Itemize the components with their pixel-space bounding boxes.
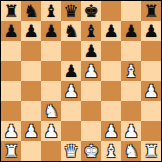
square-a2[interactable]: ♟ bbox=[1, 121, 21, 141]
square-f8[interactable] bbox=[101, 1, 121, 21]
square-d6[interactable] bbox=[61, 41, 81, 61]
piece-white-bishop[interactable]: ♝ bbox=[123, 61, 138, 81]
square-h1[interactable]: ♜ bbox=[141, 141, 161, 161]
piece-white-knight[interactable]: ♞ bbox=[43, 101, 58, 121]
square-h8[interactable]: ♜ bbox=[141, 1, 161, 21]
square-h4[interactable]: ♟ bbox=[141, 81, 161, 101]
square-d2[interactable] bbox=[61, 121, 81, 141]
square-g2[interactable]: ♟ bbox=[121, 121, 141, 141]
square-f4[interactable] bbox=[101, 81, 121, 101]
square-e2[interactable] bbox=[81, 121, 101, 141]
square-h5[interactable] bbox=[141, 61, 161, 81]
square-b2[interactable]: ♟ bbox=[21, 121, 41, 141]
square-b8[interactable]: ♞ bbox=[21, 1, 41, 21]
piece-black-knight[interactable]: ♞ bbox=[23, 1, 38, 21]
square-d5[interactable]: ♟ bbox=[61, 61, 81, 81]
square-e8[interactable]: ♚ bbox=[81, 1, 101, 21]
square-g6[interactable] bbox=[121, 41, 141, 61]
square-e4[interactable] bbox=[81, 81, 101, 101]
square-h7[interactable]: ♟ bbox=[141, 21, 161, 41]
square-c2[interactable]: ♟ bbox=[41, 121, 61, 141]
square-g3[interactable] bbox=[121, 101, 141, 121]
square-c4[interactable] bbox=[41, 81, 61, 101]
square-g1[interactable]: ♞ bbox=[121, 141, 141, 161]
piece-black-bishop[interactable]: ♝ bbox=[43, 1, 58, 21]
square-f6[interactable] bbox=[101, 41, 121, 61]
square-e3[interactable] bbox=[81, 101, 101, 121]
square-b5[interactable] bbox=[21, 61, 41, 81]
square-b6[interactable] bbox=[21, 41, 41, 61]
piece-white-bishop[interactable]: ♝ bbox=[103, 141, 118, 161]
piece-white-rook[interactable]: ♜ bbox=[143, 141, 158, 161]
square-h3[interactable] bbox=[141, 101, 161, 121]
square-a8[interactable]: ♜ bbox=[1, 1, 21, 21]
piece-white-knight[interactable]: ♞ bbox=[123, 141, 138, 161]
square-c3[interactable]: ♞ bbox=[41, 101, 61, 121]
square-e6[interactable]: ♟ bbox=[81, 41, 101, 61]
piece-white-queen[interactable]: ♛ bbox=[63, 141, 78, 161]
square-d3[interactable] bbox=[61, 101, 81, 121]
square-a3[interactable] bbox=[1, 101, 21, 121]
square-a5[interactable] bbox=[1, 61, 21, 81]
piece-white-pawn[interactable]: ♟ bbox=[143, 81, 158, 101]
square-f3[interactable] bbox=[101, 101, 121, 121]
square-c6[interactable] bbox=[41, 41, 61, 61]
square-g8[interactable] bbox=[121, 1, 141, 21]
piece-black-pawn[interactable]: ♟ bbox=[103, 21, 118, 41]
square-a4[interactable] bbox=[1, 81, 21, 101]
square-b4[interactable] bbox=[21, 81, 41, 101]
square-f5[interactable] bbox=[101, 61, 121, 81]
piece-black-knight[interactable]: ♞ bbox=[63, 21, 78, 41]
piece-white-pawn[interactable]: ♟ bbox=[3, 121, 18, 141]
piece-white-pawn[interactable]: ♟ bbox=[103, 121, 118, 141]
square-a6[interactable] bbox=[1, 41, 21, 61]
piece-black-pawn[interactable]: ♟ bbox=[23, 21, 38, 41]
piece-black-pawn[interactable]: ♟ bbox=[63, 61, 78, 81]
square-c7[interactable]: ♟ bbox=[41, 21, 61, 41]
square-a1[interactable]: ♜ bbox=[1, 141, 21, 161]
piece-white-rook[interactable]: ♜ bbox=[3, 141, 18, 161]
piece-black-king[interactable]: ♚ bbox=[83, 1, 98, 21]
piece-black-bishop[interactable]: ♝ bbox=[83, 21, 98, 41]
piece-white-pawn[interactable]: ♟ bbox=[23, 121, 38, 141]
piece-black-rook[interactable]: ♜ bbox=[143, 1, 158, 21]
chess-board-container: ♜♞♝♛♚♜♟♟♟♞♝♟♟♟♟♟♟♝♟♟♞♟♟♟♟♟♜♛♚♝♞♜ bbox=[0, 0, 162, 162]
square-g7[interactable]: ♟ bbox=[121, 21, 141, 41]
square-h6[interactable] bbox=[141, 41, 161, 61]
square-c5[interactable] bbox=[41, 61, 61, 81]
piece-white-pawn[interactable]: ♟ bbox=[123, 121, 138, 141]
square-g5[interactable]: ♝ bbox=[121, 61, 141, 81]
chess-board: ♜♞♝♛♚♜♟♟♟♞♝♟♟♟♟♟♟♝♟♟♞♟♟♟♟♟♜♛♚♝♞♜ bbox=[0, 0, 162, 162]
square-f2[interactable]: ♟ bbox=[101, 121, 121, 141]
square-d4[interactable]: ♟ bbox=[61, 81, 81, 101]
square-d7[interactable]: ♞ bbox=[61, 21, 81, 41]
piece-black-rook[interactable]: ♜ bbox=[3, 1, 18, 21]
square-g4[interactable] bbox=[121, 81, 141, 101]
square-e5[interactable]: ♟ bbox=[81, 61, 101, 81]
square-e1[interactable]: ♚ bbox=[81, 141, 101, 161]
piece-black-queen[interactable]: ♛ bbox=[63, 1, 78, 21]
square-b1[interactable] bbox=[21, 141, 41, 161]
square-d1[interactable]: ♛ bbox=[61, 141, 81, 161]
square-b7[interactable]: ♟ bbox=[21, 21, 41, 41]
piece-white-pawn[interactable]: ♟ bbox=[83, 61, 98, 81]
piece-white-pawn[interactable]: ♟ bbox=[43, 121, 58, 141]
piece-black-pawn[interactable]: ♟ bbox=[43, 21, 58, 41]
square-f1[interactable]: ♝ bbox=[101, 141, 121, 161]
piece-black-pawn[interactable]: ♟ bbox=[123, 21, 138, 41]
square-b3[interactable] bbox=[21, 101, 41, 121]
piece-black-pawn[interactable]: ♟ bbox=[83, 41, 98, 61]
square-e7[interactable]: ♝ bbox=[81, 21, 101, 41]
square-d8[interactable]: ♛ bbox=[61, 1, 81, 21]
piece-white-king[interactable]: ♚ bbox=[83, 141, 98, 161]
square-f7[interactable]: ♟ bbox=[101, 21, 121, 41]
square-c1[interactable] bbox=[41, 141, 61, 161]
square-h2[interactable] bbox=[141, 121, 161, 141]
square-c8[interactable]: ♝ bbox=[41, 1, 61, 21]
piece-white-pawn[interactable]: ♟ bbox=[63, 81, 78, 101]
square-a7[interactable]: ♟ bbox=[1, 21, 21, 41]
piece-black-pawn[interactable]: ♟ bbox=[3, 21, 18, 41]
piece-black-pawn[interactable]: ♟ bbox=[143, 21, 158, 41]
